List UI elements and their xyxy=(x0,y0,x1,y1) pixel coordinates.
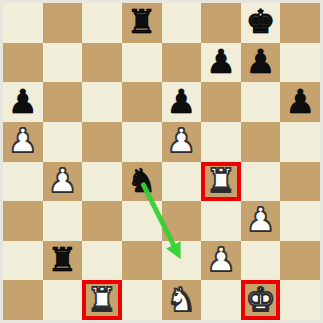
square-b2[interactable]: ♜ xyxy=(43,241,83,281)
square-d2[interactable] xyxy=(122,241,162,281)
square-g4[interactable] xyxy=(241,162,281,202)
piece-black-pawn[interactable]: ♟ xyxy=(167,85,197,118)
piece-white-pawn[interactable]: ♟ xyxy=(167,124,197,157)
square-e8[interactable] xyxy=(162,3,202,43)
piece-black-rook[interactable]: ♜ xyxy=(127,5,157,38)
square-h6[interactable]: ♟ xyxy=(280,82,320,122)
piece-white-rook[interactable]: ♜ xyxy=(206,164,236,197)
piece-black-pawn[interactable]: ♟ xyxy=(8,85,38,118)
square-a7[interactable] xyxy=(3,43,43,83)
square-b1[interactable] xyxy=(43,280,83,320)
square-g5[interactable] xyxy=(241,122,281,162)
square-g1[interactable]: ♚ xyxy=(241,280,281,320)
square-f1[interactable] xyxy=(201,280,241,320)
piece-white-pawn[interactable]: ♟ xyxy=(8,124,38,157)
square-g7[interactable]: ♟ xyxy=(241,43,281,83)
square-a3[interactable] xyxy=(3,201,43,241)
piece-black-pawn[interactable]: ♟ xyxy=(285,85,315,118)
square-g3[interactable]: ♟ xyxy=(241,201,281,241)
piece-white-king[interactable]: ♚ xyxy=(246,283,276,316)
piece-white-rook[interactable]: ♜ xyxy=(87,283,117,316)
square-c7[interactable] xyxy=(82,43,122,83)
square-b3[interactable] xyxy=(43,201,83,241)
square-f3[interactable] xyxy=(201,201,241,241)
square-g2[interactable] xyxy=(241,241,281,281)
square-c8[interactable] xyxy=(82,3,122,43)
piece-black-king[interactable]: ♚ xyxy=(246,5,276,38)
piece-white-pawn[interactable]: ♟ xyxy=(206,243,236,276)
square-h5[interactable] xyxy=(280,122,320,162)
square-d1[interactable] xyxy=(122,280,162,320)
square-h2[interactable] xyxy=(280,241,320,281)
square-d8[interactable]: ♜ xyxy=(122,3,162,43)
square-h1[interactable] xyxy=(280,280,320,320)
square-c2[interactable] xyxy=(82,241,122,281)
square-g6[interactable] xyxy=(241,82,281,122)
square-c6[interactable] xyxy=(82,82,122,122)
square-b5[interactable] xyxy=(43,122,83,162)
square-h7[interactable] xyxy=(280,43,320,83)
piece-white-pawn[interactable]: ♟ xyxy=(246,203,276,236)
square-b6[interactable] xyxy=(43,82,83,122)
square-g8[interactable]: ♚ xyxy=(241,3,281,43)
square-d4[interactable]: ♞ xyxy=(122,162,162,202)
square-c1[interactable]: ♜ xyxy=(82,280,122,320)
chess-board: ♜♚♟♟♟♟♟♟♟♟♞♜♟♜♟♜♞♚ xyxy=(0,0,323,323)
square-h4[interactable] xyxy=(280,162,320,202)
square-h8[interactable] xyxy=(280,3,320,43)
piece-white-pawn[interactable]: ♟ xyxy=(48,164,78,197)
square-f2[interactable]: ♟ xyxy=(201,241,241,281)
square-h3[interactable] xyxy=(280,201,320,241)
square-f6[interactable] xyxy=(201,82,241,122)
square-d6[interactable] xyxy=(122,82,162,122)
piece-black-rook[interactable]: ♜ xyxy=(48,243,78,276)
square-b7[interactable] xyxy=(43,43,83,83)
square-a1[interactable] xyxy=(3,280,43,320)
square-d7[interactable] xyxy=(122,43,162,83)
square-d3[interactable] xyxy=(122,201,162,241)
square-e7[interactable] xyxy=(162,43,202,83)
square-f4[interactable]: ♜ xyxy=(201,162,241,202)
board-grid: ♜♚♟♟♟♟♟♟♟♟♞♜♟♜♟♜♞♚ xyxy=(3,3,320,320)
square-b4[interactable]: ♟ xyxy=(43,162,83,202)
square-f7[interactable]: ♟ xyxy=(201,43,241,83)
piece-black-knight[interactable]: ♞ xyxy=(127,164,157,197)
square-e2[interactable] xyxy=(162,241,202,281)
square-e6[interactable]: ♟ xyxy=(162,82,202,122)
square-c5[interactable] xyxy=(82,122,122,162)
square-c4[interactable] xyxy=(82,162,122,202)
piece-black-pawn[interactable]: ♟ xyxy=(206,45,236,78)
piece-black-pawn[interactable]: ♟ xyxy=(246,45,276,78)
square-a5[interactable]: ♟ xyxy=(3,122,43,162)
square-a8[interactable] xyxy=(3,3,43,43)
square-e5[interactable]: ♟ xyxy=(162,122,202,162)
square-a4[interactable] xyxy=(3,162,43,202)
square-c3[interactable] xyxy=(82,201,122,241)
piece-white-knight[interactable]: ♞ xyxy=(167,283,197,316)
square-a2[interactable] xyxy=(3,241,43,281)
square-f8[interactable] xyxy=(201,3,241,43)
square-e1[interactable]: ♞ xyxy=(162,280,202,320)
square-e4[interactable] xyxy=(162,162,202,202)
square-e3[interactable] xyxy=(162,201,202,241)
square-f5[interactable] xyxy=(201,122,241,162)
square-a6[interactable]: ♟ xyxy=(3,82,43,122)
square-b8[interactable] xyxy=(43,3,83,43)
square-d5[interactable] xyxy=(122,122,162,162)
